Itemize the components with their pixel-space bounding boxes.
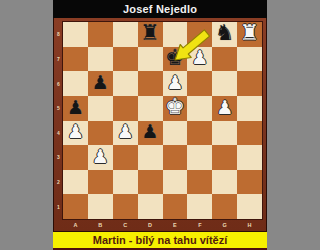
square-b7[interactable]	[88, 47, 113, 72]
file-label-f: F	[187, 219, 212, 231]
square-a3[interactable]	[63, 145, 88, 170]
square-h3[interactable]	[237, 145, 262, 170]
square-h8[interactable]: ♜	[237, 22, 262, 47]
square-d2[interactable]	[138, 170, 163, 195]
square-g5[interactable]: ♟	[212, 96, 237, 121]
square-g4[interactable]	[212, 121, 237, 146]
rank-label-5: 5	[54, 96, 63, 121]
piece-black-pawn[interactable]: ♟	[142, 122, 159, 141]
piece-white-pawn[interactable]: ♟	[166, 73, 183, 92]
square-g7[interactable]	[212, 47, 237, 72]
file-label-g: G	[212, 219, 237, 231]
square-c5[interactable]	[113, 96, 138, 121]
square-f1[interactable]	[187, 194, 212, 219]
square-a7[interactable]	[63, 47, 88, 72]
square-f8[interactable]	[187, 22, 212, 47]
piece-black-pawn[interactable]: ♟	[67, 98, 84, 117]
square-f2[interactable]	[187, 170, 212, 195]
piece-white-pawn[interactable]: ♟	[67, 122, 84, 141]
square-e5[interactable]: ♚	[163, 96, 188, 121]
caption-bar: Martin - bílý na tahu vítězí	[53, 231, 267, 248]
square-b1[interactable]	[88, 194, 113, 219]
piece-white-king[interactable]: ♚	[165, 96, 185, 118]
square-b2[interactable]	[88, 170, 113, 195]
square-e1[interactable]	[163, 194, 188, 219]
piece-black-king[interactable]: ♚	[165, 47, 185, 69]
file-label-a: A	[63, 219, 88, 231]
square-f7[interactable]: ♟	[187, 47, 212, 72]
square-e6[interactable]: ♟	[163, 71, 188, 96]
piece-white-pawn[interactable]: ♟	[117, 122, 134, 141]
square-b8[interactable]	[88, 22, 113, 47]
square-c3[interactable]	[113, 145, 138, 170]
piece-black-pawn[interactable]: ♟	[92, 73, 109, 92]
square-a5[interactable]: ♟	[63, 96, 88, 121]
rank-label-3: 3	[54, 145, 63, 170]
square-h2[interactable]	[237, 170, 262, 195]
square-d1[interactable]	[138, 194, 163, 219]
square-f6[interactable]	[187, 71, 212, 96]
square-c8[interactable]	[113, 22, 138, 47]
square-a2[interactable]	[63, 170, 88, 195]
square-d4[interactable]: ♟	[138, 121, 163, 146]
file-label-e: E	[163, 219, 188, 231]
square-b6[interactable]: ♟	[88, 71, 113, 96]
square-g6[interactable]	[212, 71, 237, 96]
square-f5[interactable]	[187, 96, 212, 121]
square-c7[interactable]	[113, 47, 138, 72]
rank-label-4: 4	[54, 121, 63, 146]
square-e2[interactable]	[163, 170, 188, 195]
puzzle-caption: Martin - bílý na tahu vítězí	[93, 234, 227, 246]
square-h5[interactable]	[237, 96, 262, 121]
piece-black-rook[interactable]: ♜	[140, 22, 160, 44]
file-label-d: D	[138, 219, 163, 231]
square-a6[interactable]	[63, 71, 88, 96]
square-e3[interactable]	[163, 145, 188, 170]
rank-labels: 87654321	[54, 22, 63, 219]
square-e8[interactable]	[163, 22, 188, 47]
piece-black-knight[interactable]: ♞	[215, 22, 235, 44]
square-f3[interactable]	[187, 145, 212, 170]
file-label-h: H	[237, 219, 262, 231]
square-g3[interactable]	[212, 145, 237, 170]
chess-board: 87654321 ♜♞♜♚♟♟♟♟♚♟♟♟♟♟ ABCDEFGH	[53, 18, 267, 231]
square-d6[interactable]	[138, 71, 163, 96]
square-c4[interactable]: ♟	[113, 121, 138, 146]
square-g2[interactable]	[212, 170, 237, 195]
file-label-c: C	[113, 219, 138, 231]
rank-label-1: 1	[54, 194, 63, 219]
square-b3[interactable]: ♟	[88, 145, 113, 170]
square-a4[interactable]: ♟	[63, 121, 88, 146]
square-e4[interactable]	[163, 121, 188, 146]
file-labels: ABCDEFGH	[63, 219, 262, 231]
chess-puzzle-card: Josef Nejedlo 87654321 ♜♞♜♚♟♟♟♟♚♟♟♟♟♟ AB…	[53, 0, 267, 250]
file-label-b: B	[88, 219, 113, 231]
piece-white-rook[interactable]: ♜	[240, 22, 260, 44]
square-b4[interactable]	[88, 121, 113, 146]
piece-white-pawn[interactable]: ♟	[216, 98, 233, 117]
square-h6[interactable]	[237, 71, 262, 96]
square-a1[interactable]	[63, 194, 88, 219]
square-c1[interactable]	[113, 194, 138, 219]
square-a8[interactable]	[63, 22, 88, 47]
square-d7[interactable]	[138, 47, 163, 72]
square-c2[interactable]	[113, 170, 138, 195]
square-d8[interactable]: ♜	[138, 22, 163, 47]
board-grid: ♜♞♜♚♟♟♟♟♚♟♟♟♟♟	[63, 22, 262, 219]
square-g8[interactable]: ♞	[212, 22, 237, 47]
square-d3[interactable]	[138, 145, 163, 170]
piece-white-pawn[interactable]: ♟	[191, 48, 208, 67]
square-f4[interactable]	[187, 121, 212, 146]
square-h1[interactable]	[237, 194, 262, 219]
square-c6[interactable]	[113, 71, 138, 96]
square-e7[interactable]: ♚	[163, 47, 188, 72]
title-bar: Josef Nejedlo	[53, 0, 267, 18]
square-h4[interactable]	[237, 121, 262, 146]
square-b5[interactable]	[88, 96, 113, 121]
square-g1[interactable]	[212, 194, 237, 219]
rank-label-7: 7	[54, 47, 63, 72]
rank-label-8: 8	[54, 22, 63, 47]
rank-label-2: 2	[54, 170, 63, 195]
piece-white-pawn[interactable]: ♟	[92, 147, 109, 166]
rank-label-6: 6	[54, 71, 63, 96]
square-h7[interactable]	[237, 47, 262, 72]
puzzle-author-title: Josef Nejedlo	[123, 3, 197, 15]
square-d5[interactable]	[138, 96, 163, 121]
